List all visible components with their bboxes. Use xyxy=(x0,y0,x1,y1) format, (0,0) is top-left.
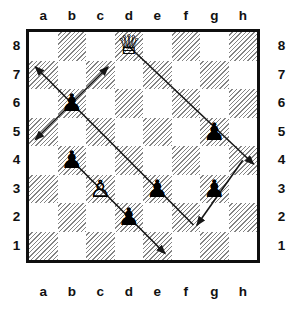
file-label-bottom-b: b xyxy=(58,281,87,303)
square-d3[interactable] xyxy=(115,175,144,204)
square-f4[interactable] xyxy=(172,146,201,175)
rank-label-left-3: 3 xyxy=(8,175,25,204)
square-a4[interactable] xyxy=(29,146,58,175)
square-c7[interactable] xyxy=(86,61,115,90)
square-f7[interactable] xyxy=(172,61,201,90)
square-f6[interactable] xyxy=(172,89,201,118)
square-g8[interactable] xyxy=(200,32,229,61)
square-e1[interactable] xyxy=(143,232,172,261)
rank-label-right-1: 1 xyxy=(273,232,290,261)
square-d2[interactable]: ♟ xyxy=(115,203,144,232)
square-e8[interactable] xyxy=(143,32,172,61)
chess-board: ♕♟♟♟♙♟♟♟ xyxy=(26,29,260,263)
square-f5[interactable] xyxy=(172,118,201,147)
square-e4[interactable] xyxy=(143,146,172,175)
rank-label-right-6: 6 xyxy=(273,89,290,118)
square-a8[interactable] xyxy=(29,32,58,61)
square-d1[interactable] xyxy=(115,232,144,261)
square-e5[interactable] xyxy=(143,118,172,147)
rank-label-left-7: 7 xyxy=(8,61,25,90)
black-pawn-g5[interactable]: ♟ xyxy=(203,118,225,147)
square-c2[interactable] xyxy=(86,203,115,232)
file-label-bottom-e: e xyxy=(143,281,172,303)
square-g4[interactable] xyxy=(200,146,229,175)
square-e6[interactable] xyxy=(143,89,172,118)
file-label-top-c: c xyxy=(86,5,115,27)
square-b6[interactable]: ♟ xyxy=(58,89,87,118)
rank-label-left-2: 2 xyxy=(8,203,25,232)
square-d8[interactable]: ♕ xyxy=(115,32,144,61)
square-b7[interactable] xyxy=(58,61,87,90)
file-label-bottom-c: c xyxy=(86,281,115,303)
square-c6[interactable] xyxy=(86,89,115,118)
square-h3[interactable] xyxy=(229,175,258,204)
square-c5[interactable] xyxy=(86,118,115,147)
square-a2[interactable] xyxy=(29,203,58,232)
square-d5[interactable] xyxy=(115,118,144,147)
square-f8[interactable] xyxy=(172,32,201,61)
file-label-top-h: h xyxy=(229,5,258,27)
square-f2[interactable] xyxy=(172,203,201,232)
file-label-bottom-g: g xyxy=(200,281,229,303)
square-h1[interactable] xyxy=(229,232,258,261)
file-label-top-d: d xyxy=(115,5,144,27)
file-label-bottom-f: f xyxy=(172,281,201,303)
rank-label-right-3: 3 xyxy=(273,175,290,204)
square-b1[interactable] xyxy=(58,232,87,261)
square-g3[interactable]: ♟ xyxy=(200,175,229,204)
file-label-top-f: f xyxy=(172,5,201,27)
black-pawn-g3[interactable]: ♟ xyxy=(203,175,225,204)
white-queen-d8[interactable]: ♕ xyxy=(117,31,141,60)
chess-diagram: ♕♟♟♟♙♟♟♟ aabbccddeeffgghh887766554433221… xyxy=(0,0,297,309)
file-label-top-g: g xyxy=(200,5,229,27)
square-f3[interactable] xyxy=(172,175,201,204)
black-pawn-b4[interactable]: ♟ xyxy=(61,146,83,175)
square-b2[interactable] xyxy=(58,203,87,232)
square-c4[interactable] xyxy=(86,146,115,175)
black-pawn-e3[interactable]: ♟ xyxy=(146,175,168,204)
file-label-top-a: a xyxy=(29,5,58,27)
black-pawn-b6[interactable]: ♟ xyxy=(61,89,83,118)
square-d4[interactable] xyxy=(115,146,144,175)
white-pawn-c3[interactable]: ♙ xyxy=(89,175,111,204)
rank-label-right-5: 5 xyxy=(273,118,290,147)
square-h6[interactable] xyxy=(229,89,258,118)
square-c3[interactable]: ♙ xyxy=(86,175,115,204)
square-a6[interactable] xyxy=(29,89,58,118)
square-a5[interactable] xyxy=(29,118,58,147)
square-g7[interactable] xyxy=(200,61,229,90)
square-h2[interactable] xyxy=(229,203,258,232)
rank-label-right-2: 2 xyxy=(273,203,290,232)
square-g1[interactable] xyxy=(200,232,229,261)
square-f1[interactable] xyxy=(172,232,201,261)
file-label-top-b: b xyxy=(58,5,87,27)
square-c8[interactable] xyxy=(86,32,115,61)
square-b3[interactable] xyxy=(58,175,87,204)
square-b5[interactable] xyxy=(58,118,87,147)
rank-label-left-6: 6 xyxy=(8,89,25,118)
square-h7[interactable] xyxy=(229,61,258,90)
square-c1[interactable] xyxy=(86,232,115,261)
rank-label-right-7: 7 xyxy=(273,61,290,90)
rank-label-left-4: 4 xyxy=(8,146,25,175)
square-a7[interactable] xyxy=(29,61,58,90)
square-g2[interactable] xyxy=(200,203,229,232)
square-d6[interactable] xyxy=(115,89,144,118)
file-label-bottom-d: d xyxy=(115,281,144,303)
square-h8[interactable] xyxy=(229,32,258,61)
black-pawn-d2[interactable]: ♟ xyxy=(118,203,140,232)
file-label-top-e: e xyxy=(143,5,172,27)
square-a3[interactable] xyxy=(29,175,58,204)
square-g6[interactable] xyxy=(200,89,229,118)
rank-label-right-4: 4 xyxy=(273,146,290,175)
rank-label-left-1: 1 xyxy=(8,232,25,261)
square-b8[interactable] xyxy=(58,32,87,61)
square-d7[interactable] xyxy=(115,61,144,90)
square-a1[interactable] xyxy=(29,232,58,261)
square-h4[interactable] xyxy=(229,146,258,175)
file-label-bottom-h: h xyxy=(229,281,258,303)
rank-label-left-5: 5 xyxy=(8,118,25,147)
square-b4[interactable]: ♟ xyxy=(58,146,87,175)
square-e3[interactable]: ♟ xyxy=(143,175,172,204)
file-label-bottom-a: a xyxy=(29,281,58,303)
rank-label-left-8: 8 xyxy=(8,32,25,61)
rank-label-right-8: 8 xyxy=(273,32,290,61)
square-e7[interactable] xyxy=(143,61,172,90)
square-h5[interactable] xyxy=(229,118,258,147)
square-g5[interactable]: ♟ xyxy=(200,118,229,147)
square-e2[interactable] xyxy=(143,203,172,232)
